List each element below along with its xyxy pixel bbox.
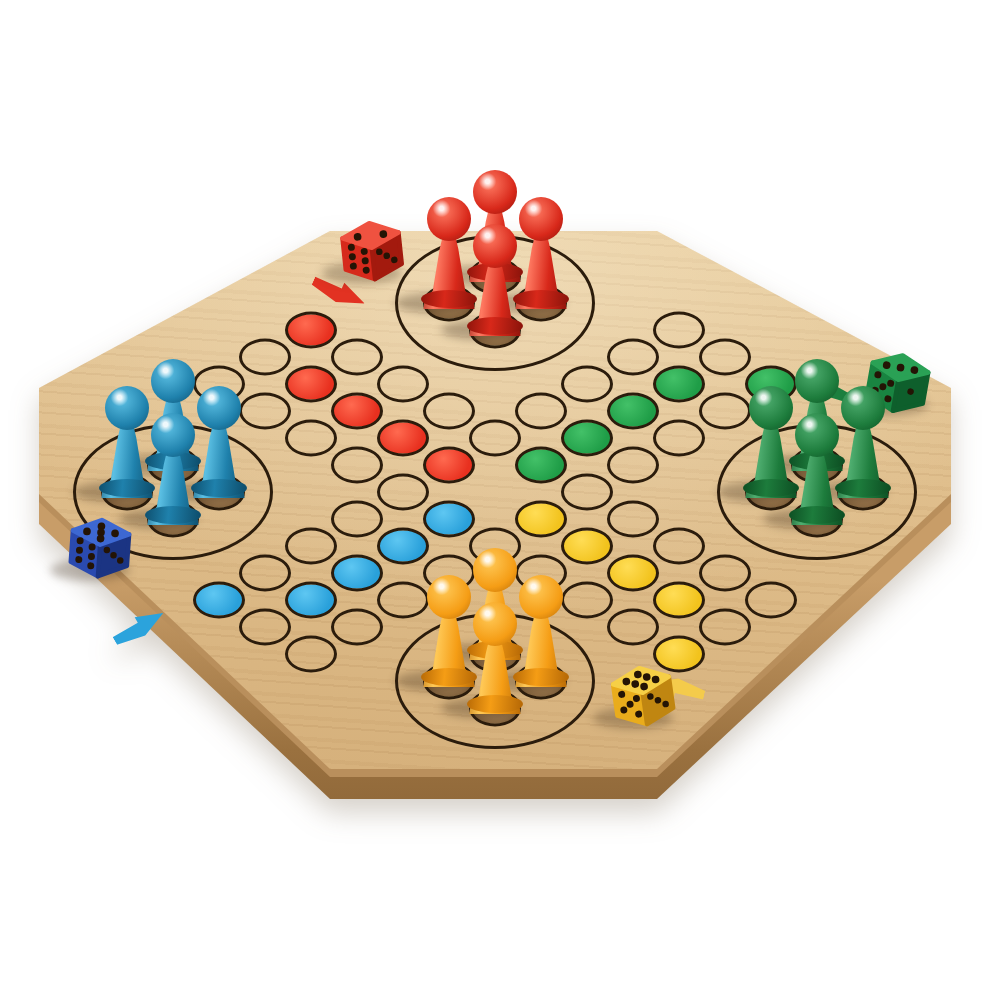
track-field — [285, 636, 337, 673]
goal-field-green — [515, 447, 567, 484]
yard-circle-blue — [73, 424, 273, 560]
start-arrow-icon-blue — [109, 603, 169, 652]
goal-field-yellow — [561, 528, 613, 565]
track-field — [745, 582, 797, 619]
track-field — [285, 420, 337, 457]
track-field — [239, 339, 291, 376]
goal-field-blue — [331, 555, 383, 592]
start-field-yellow — [653, 636, 705, 673]
ludo-board — [0, 0, 1000, 1000]
track-field — [331, 447, 383, 484]
goal-field-green — [561, 420, 613, 457]
start-arrow-icon-red — [309, 270, 370, 315]
start-field-green — [745, 366, 797, 403]
track-field — [699, 555, 751, 592]
track-field — [561, 582, 613, 619]
track-field — [377, 582, 429, 619]
board-photo-canvas — [0, 0, 1000, 1000]
goal-field-red — [285, 366, 337, 403]
track-field — [699, 339, 751, 376]
track-field — [607, 447, 659, 484]
goal-field-yellow — [653, 582, 705, 619]
goal-field-blue — [423, 501, 475, 538]
track-field — [515, 555, 567, 592]
track-field — [561, 474, 613, 511]
track-field — [331, 339, 383, 376]
track-field — [377, 366, 429, 403]
goal-field-yellow — [515, 501, 567, 538]
track-field — [607, 339, 659, 376]
goal-field-red — [331, 393, 383, 430]
track-field — [561, 366, 613, 403]
start-arrow-icon-green — [794, 371, 855, 410]
yard-circle-green — [717, 424, 917, 560]
track-field — [285, 528, 337, 565]
track-field — [515, 393, 567, 430]
track-field — [699, 393, 751, 430]
goal-field-green — [607, 393, 659, 430]
goal-field-green — [653, 366, 705, 403]
goal-field-red — [423, 447, 475, 484]
track-field — [607, 501, 659, 538]
track-field — [699, 609, 751, 646]
track-field — [469, 420, 521, 457]
start-arrow-icon-yellow — [647, 671, 707, 707]
track-field — [377, 474, 429, 511]
track-field — [193, 366, 245, 403]
goal-field-yellow — [607, 555, 659, 592]
track-field — [239, 393, 291, 430]
track-field — [423, 555, 475, 592]
track-field — [607, 609, 659, 646]
start-field-red — [285, 312, 337, 349]
goal-field-blue — [377, 528, 429, 565]
track-field — [653, 528, 705, 565]
track-field — [469, 528, 521, 565]
goal-field-blue — [285, 582, 337, 619]
yard-circle-red — [395, 235, 595, 371]
track-field — [331, 609, 383, 646]
start-field-blue — [193, 582, 245, 619]
yard-circle-yellow — [395, 613, 595, 749]
track-field — [653, 312, 705, 349]
fields-layer — [0, 0, 1000, 1000]
track-field — [423, 393, 475, 430]
goal-field-red — [377, 420, 429, 457]
track-field — [653, 420, 705, 457]
track-field — [239, 555, 291, 592]
track-field — [331, 501, 383, 538]
track-field — [239, 609, 291, 646]
